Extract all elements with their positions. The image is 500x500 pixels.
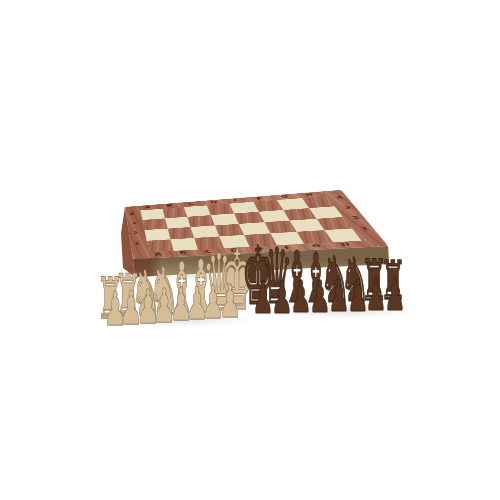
product-photo-chess-set: 44332211AABBCCDDEEFFGGHH ♜♜♞♞♝♝♛♚♟♟♟♟♟♟♟…	[0, 0, 500, 500]
white-pawn: ♟	[219, 286, 242, 318]
pieces-display: ♜♜♞♞♝♝♛♚♟♟♟♟♟♟♟♟♚♛♝♝♞♞♜♜♟♟♟♟♟♟♟♟	[0, 0, 500, 500]
black-pawn: ♟	[384, 279, 406, 310]
